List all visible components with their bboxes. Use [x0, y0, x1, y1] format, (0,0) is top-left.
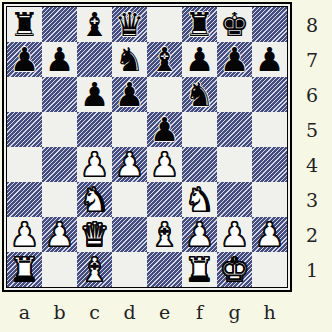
square-e6[interactable]	[147, 77, 182, 112]
black-pawn-c6[interactable]: ♟	[80, 77, 110, 112]
square-f8[interactable]: ♜	[182, 7, 217, 42]
square-a5[interactable]	[7, 112, 42, 147]
square-h7[interactable]: ♟	[252, 42, 287, 77]
rank-label-1: 1	[292, 252, 332, 287]
square-a4[interactable]	[7, 147, 42, 182]
rank-label-5: 5	[292, 112, 332, 147]
black-pawn-f7[interactable]: ♟	[185, 42, 215, 77]
square-d8[interactable]: ♛	[112, 7, 147, 42]
square-d7[interactable]: ♞	[112, 42, 147, 77]
black-pawn-e5[interactable]: ♟	[150, 112, 180, 147]
square-f4[interactable]	[182, 147, 217, 182]
rank-label-7: 7	[292, 42, 332, 77]
board-border: ♜♝♛♜♚♟♟♞♝♟♟♟♟♟♞♟♟♟♟♞♞♟♟♛♝♟♟♟♜♝♜♚	[6, 6, 288, 288]
square-g2[interactable]: ♟	[217, 217, 252, 252]
square-b7[interactable]: ♟	[42, 42, 77, 77]
file-label-a: a	[7, 292, 42, 332]
square-d4[interactable]: ♟	[112, 147, 147, 182]
square-f1[interactable]: ♜	[182, 252, 217, 287]
white-pawn-h2[interactable]: ♟	[255, 217, 285, 252]
square-f2[interactable]: ♟	[182, 217, 217, 252]
square-a7[interactable]: ♟	[7, 42, 42, 77]
square-e3[interactable]	[147, 182, 182, 217]
white-king-g1[interactable]: ♚	[220, 252, 250, 287]
square-d2[interactable]	[112, 217, 147, 252]
square-h1[interactable]	[252, 252, 287, 287]
rank-label-8: 8	[292, 7, 332, 42]
file-label-h: h	[252, 292, 287, 332]
rank-label-3: 3	[292, 182, 332, 217]
file-labels: abcdefgh	[7, 292, 287, 332]
square-c2[interactable]: ♛	[77, 217, 112, 252]
white-rook-f1[interactable]: ♜	[185, 252, 215, 287]
white-pawn-c4[interactable]: ♟	[80, 147, 110, 182]
white-knight-c3[interactable]: ♞	[80, 182, 110, 217]
white-pawn-e4[interactable]: ♟	[150, 147, 180, 182]
white-pawn-f2[interactable]: ♟	[185, 217, 215, 252]
black-knight-d7[interactable]: ♞	[115, 42, 145, 77]
square-h3[interactable]	[252, 182, 287, 217]
square-h5[interactable]	[252, 112, 287, 147]
white-bishop-c1[interactable]: ♝	[80, 252, 110, 287]
square-g5[interactable]	[217, 112, 252, 147]
square-g4[interactable]	[217, 147, 252, 182]
file-label-g: g	[217, 292, 252, 332]
square-c5[interactable]	[77, 112, 112, 147]
black-bishop-c8[interactable]: ♝	[80, 7, 110, 42]
white-knight-f3[interactable]: ♞	[185, 182, 215, 217]
white-pawn-b2[interactable]: ♟	[45, 217, 75, 252]
black-rook-a8[interactable]: ♜	[10, 7, 40, 42]
square-a8[interactable]: ♜	[7, 7, 42, 42]
file-label-e: e	[147, 292, 182, 332]
square-b8[interactable]	[42, 7, 77, 42]
square-e5[interactable]: ♟	[147, 112, 182, 147]
file-label-c: c	[77, 292, 112, 332]
board-frame: ♜♝♛♜♚♟♟♞♝♟♟♟♟♟♞♟♟♟♟♞♞♟♟♛♝♟♟♟♜♝♜♚	[2, 2, 292, 292]
square-g6[interactable]	[217, 77, 252, 112]
square-c4[interactable]: ♟	[77, 147, 112, 182]
square-b1[interactable]	[42, 252, 77, 287]
square-d1[interactable]	[112, 252, 147, 287]
square-e2[interactable]: ♝	[147, 217, 182, 252]
chess-board: ♜♝♛♜♚♟♟♞♝♟♟♟♟♟♞♟♟♟♟♞♞♟♟♛♝♟♟♟♜♝♜♚	[7, 7, 287, 287]
black-pawn-d6[interactable]: ♟	[115, 77, 145, 112]
file-label-b: b	[42, 292, 77, 332]
square-g3[interactable]	[217, 182, 252, 217]
white-bishop-e2[interactable]: ♝	[150, 217, 180, 252]
black-pawn-h7[interactable]: ♟	[255, 42, 285, 77]
square-b3[interactable]	[42, 182, 77, 217]
square-a1[interactable]: ♜	[7, 252, 42, 287]
square-e8[interactable]	[147, 7, 182, 42]
square-c6[interactable]: ♟	[77, 77, 112, 112]
square-b6[interactable]	[42, 77, 77, 112]
rank-label-6: 6	[292, 77, 332, 112]
rank-label-2: 2	[292, 217, 332, 252]
square-g1[interactable]: ♚	[217, 252, 252, 287]
square-d3[interactable]	[112, 182, 147, 217]
square-e1[interactable]	[147, 252, 182, 287]
white-pawn-d4[interactable]: ♟	[115, 147, 145, 182]
square-b5[interactable]	[42, 112, 77, 147]
square-h4[interactable]	[252, 147, 287, 182]
black-queen-d8[interactable]: ♛	[115, 7, 145, 42]
square-a3[interactable]	[7, 182, 42, 217]
square-c1[interactable]: ♝	[77, 252, 112, 287]
white-rook-a1[interactable]: ♜	[10, 252, 40, 287]
square-f3[interactable]: ♞	[182, 182, 217, 217]
square-h6[interactable]	[252, 77, 287, 112]
square-d6[interactable]: ♟	[112, 77, 147, 112]
file-label-f: f	[182, 292, 217, 332]
black-rook-f8[interactable]: ♜	[185, 7, 215, 42]
white-queen-c2[interactable]: ♛	[80, 217, 110, 252]
square-f6[interactable]: ♞	[182, 77, 217, 112]
black-pawn-a7[interactable]: ♟	[10, 42, 40, 77]
square-a6[interactable]	[7, 77, 42, 112]
chess-diagram: ♜♝♛♜♚♟♟♞♝♟♟♟♟♟♞♟♟♟♟♞♞♟♟♛♝♟♟♟♜♝♜♚ 8765432…	[0, 0, 332, 332]
file-label-d: d	[112, 292, 147, 332]
rank-label-4: 4	[292, 147, 332, 182]
square-h8[interactable]	[252, 7, 287, 42]
white-pawn-g2[interactable]: ♟	[220, 217, 250, 252]
square-f5[interactable]	[182, 112, 217, 147]
square-h2[interactable]: ♟	[252, 217, 287, 252]
black-pawn-b7[interactable]: ♟	[45, 42, 75, 77]
black-bishop-e7[interactable]: ♝	[150, 42, 180, 77]
square-c7[interactable]	[77, 42, 112, 77]
square-c8[interactable]: ♝	[77, 7, 112, 42]
square-a2[interactable]: ♟	[7, 217, 42, 252]
square-e7[interactable]: ♝	[147, 42, 182, 77]
square-g8[interactable]: ♚	[217, 7, 252, 42]
square-f7[interactable]: ♟	[182, 42, 217, 77]
square-b2[interactable]: ♟	[42, 217, 77, 252]
black-king-g8[interactable]: ♚	[220, 7, 250, 42]
black-knight-f6[interactable]: ♞	[185, 77, 215, 112]
square-d5[interactable]	[112, 112, 147, 147]
white-pawn-a2[interactable]: ♟	[10, 217, 40, 252]
black-pawn-g7[interactable]: ♟	[220, 42, 250, 77]
square-e4[interactable]: ♟	[147, 147, 182, 182]
square-b4[interactable]	[42, 147, 77, 182]
rank-labels: 87654321	[292, 7, 332, 287]
square-c3[interactable]: ♞	[77, 182, 112, 217]
square-g7[interactable]: ♟	[217, 42, 252, 77]
